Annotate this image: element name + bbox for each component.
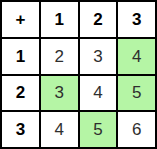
header-cell-r0c0: + [2, 2, 39, 37]
grid-cell-r3c2-highlighted: 5 [80, 112, 117, 147]
grid-cell-r2c2: 4 [80, 76, 117, 111]
grid-cell-r2c1-highlighted: 3 [41, 76, 78, 111]
header-cell-r0c2: 2 [80, 2, 117, 37]
grid-cell-r2c3-highlighted: 5 [118, 76, 155, 111]
header-cell-r1c0: 1 [2, 39, 39, 74]
header-cell-r0c1: 1 [41, 2, 78, 37]
grid-cell-r1c3-highlighted: 4 [118, 39, 155, 74]
grid-cell-r3c3: 6 [118, 112, 155, 147]
grid-cell-r1c1: 2 [41, 39, 78, 74]
header-cell-r0c3: 3 [118, 2, 155, 37]
header-cell-r2c0: 2 [2, 76, 39, 111]
header-cell-r3c0: 3 [2, 112, 39, 147]
grid-cell-r3c1: 4 [41, 112, 78, 147]
grid-cell-r1c2: 3 [80, 39, 117, 74]
addition-table-grid: +123123423453456 [0, 0, 157, 149]
